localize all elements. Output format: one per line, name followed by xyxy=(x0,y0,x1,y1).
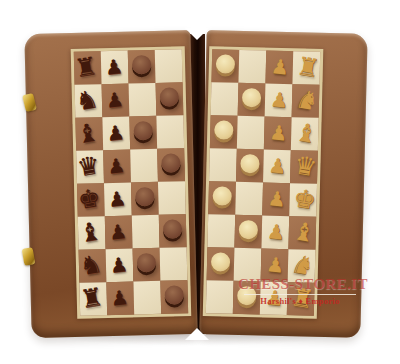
square-f6 xyxy=(234,215,262,249)
black-pawn: ♟ xyxy=(105,281,135,316)
white-checker-disc xyxy=(242,88,261,107)
square-h1: ♜ xyxy=(292,51,320,85)
square-f2 xyxy=(238,83,266,117)
square-g6: ♟ xyxy=(261,215,289,249)
square-c5 xyxy=(131,182,159,216)
square-b7: ♟ xyxy=(106,248,134,282)
board-left-half: ♜♟♞♟♝♟♛♟♚♟♝♟♞♟♜♟ xyxy=(24,30,197,338)
square-d7 xyxy=(160,247,188,281)
square-a2: ♞ xyxy=(75,84,103,118)
square-h2: ♞ xyxy=(292,84,320,118)
square-f3 xyxy=(237,116,265,150)
black-checker-disc xyxy=(132,55,151,74)
white-checker-disc xyxy=(211,252,230,271)
square-b8: ♟ xyxy=(106,281,134,315)
square-d1 xyxy=(155,49,183,83)
black-pawn: ♟ xyxy=(99,50,129,85)
square-h6: ♝ xyxy=(288,216,316,250)
black-bishop: ♝ xyxy=(74,215,106,252)
square-e8 xyxy=(206,280,234,314)
square-g3: ♟ xyxy=(264,117,292,151)
black-checker-disc xyxy=(163,219,182,238)
square-b6: ♟ xyxy=(105,216,133,250)
square-d6 xyxy=(159,214,187,248)
white-pawn: ♟ xyxy=(265,50,295,85)
black-pawn: ♟ xyxy=(101,149,131,184)
white-pawn: ♟ xyxy=(263,116,293,151)
square-c6 xyxy=(132,215,160,249)
square-a4: ♛ xyxy=(76,150,104,184)
square-g4: ♟ xyxy=(263,150,291,184)
watermark-divider xyxy=(244,294,356,295)
white-checker-disc xyxy=(239,220,258,239)
square-e3 xyxy=(210,115,238,149)
watermark-site-text: CHESS-STORE.IT xyxy=(238,276,362,293)
white-pawn: ♟ xyxy=(263,149,293,184)
square-e4 xyxy=(209,148,237,182)
square-a8: ♜ xyxy=(79,282,107,316)
square-b3: ♟ xyxy=(102,117,130,151)
black-queen: ♛ xyxy=(73,149,105,186)
square-e5 xyxy=(208,181,236,215)
white-king: ♚ xyxy=(289,182,321,219)
black-pawn: ♟ xyxy=(103,215,133,250)
square-d4 xyxy=(157,148,185,182)
square-g1: ♟ xyxy=(265,51,293,85)
square-c8 xyxy=(133,281,161,315)
black-rook: ♜ xyxy=(70,50,102,87)
square-g5: ♟ xyxy=(262,182,290,216)
square-d2 xyxy=(156,82,184,116)
square-c2 xyxy=(129,83,157,117)
white-knight: ♞ xyxy=(291,83,323,120)
white-checker-disc xyxy=(212,186,231,205)
square-a7: ♞ xyxy=(79,249,107,283)
square-b1: ♟ xyxy=(101,51,129,85)
white-pawn: ♟ xyxy=(261,215,291,250)
square-h3: ♝ xyxy=(291,117,319,151)
square-c1 xyxy=(128,50,156,84)
black-checker-disc xyxy=(161,153,180,172)
black-checker-disc xyxy=(133,121,152,140)
white-checker-disc xyxy=(214,120,233,139)
white-checker-disc xyxy=(216,54,235,73)
square-f1 xyxy=(238,50,266,84)
square-f4 xyxy=(236,149,264,183)
square-c4 xyxy=(130,149,158,183)
white-pawn: ♟ xyxy=(264,83,294,118)
square-e7 xyxy=(207,247,235,281)
square-d5 xyxy=(158,181,186,215)
black-checker-disc xyxy=(160,87,179,106)
black-checker-disc xyxy=(135,187,154,206)
square-e1 xyxy=(211,49,239,83)
square-e6 xyxy=(207,214,235,248)
watermark: CHESS-STORE.IT Harshil's ♦ Emporio xyxy=(238,276,362,306)
black-knight: ♞ xyxy=(71,83,103,120)
black-pawn: ♟ xyxy=(100,83,130,118)
square-a3: ♝ xyxy=(75,117,103,151)
black-checker-disc xyxy=(137,253,156,272)
watermark-subtext: Harshil's ♦ Emporio xyxy=(238,296,362,306)
black-knight: ♞ xyxy=(75,248,107,285)
square-a1: ♜ xyxy=(74,51,102,85)
white-checker-disc xyxy=(240,154,259,173)
playing-grid-left: ♜♟♞♟♝♟♛♟♚♟♝♟♞♟♜♟ xyxy=(71,46,192,319)
square-b5: ♟ xyxy=(104,183,132,217)
white-bishop: ♝ xyxy=(288,215,320,252)
square-f5 xyxy=(235,182,263,216)
square-h5: ♚ xyxy=(289,183,317,217)
square-c7 xyxy=(133,248,161,282)
white-pawn: ♟ xyxy=(262,182,292,217)
square-a5: ♚ xyxy=(77,183,105,217)
black-pawn: ♟ xyxy=(101,116,131,151)
square-b2: ♟ xyxy=(102,84,130,118)
white-bishop: ♝ xyxy=(290,116,322,153)
square-d3 xyxy=(156,115,184,149)
black-pawn: ♟ xyxy=(102,182,132,217)
square-e2 xyxy=(211,82,239,116)
square-b4: ♟ xyxy=(103,150,131,184)
square-h4: ♛ xyxy=(290,150,318,184)
square-g2: ♟ xyxy=(265,84,293,118)
black-pawn: ♟ xyxy=(104,248,134,283)
square-a6: ♝ xyxy=(78,216,106,250)
black-king: ♚ xyxy=(73,182,105,219)
product-photo: ♜♟♞♟♝♟♛♟♚♟♝♟♞♟♜♟ ♟♜♟♞♟♝♟♛♟♚♟♝♟♞♟♜ CHESS-… xyxy=(0,0,400,364)
white-queen: ♛ xyxy=(289,149,321,186)
black-rook: ♜ xyxy=(76,281,108,318)
square-c3 xyxy=(129,116,157,150)
white-rook: ♜ xyxy=(292,50,324,87)
black-bishop: ♝ xyxy=(72,116,104,153)
square-d8 xyxy=(160,280,188,314)
black-checker-disc xyxy=(165,285,184,304)
